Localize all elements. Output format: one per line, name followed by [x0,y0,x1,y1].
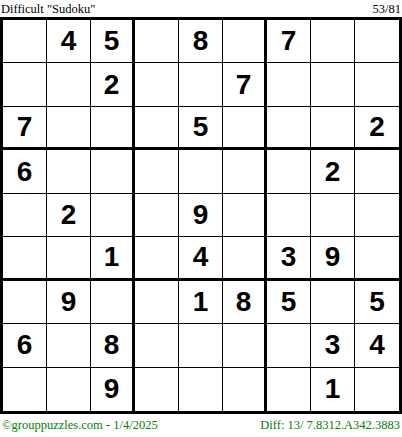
cell-r5c6[interactable] [223,194,267,237]
cell-r9c3[interactable]: 9 [91,368,135,411]
given-digit: 7 [236,69,252,101]
cell-r4c9[interactable] [355,150,399,193]
cell-r8c8[interactable]: 3 [311,324,355,367]
cell-r7c9[interactable]: 5 [355,281,399,324]
given-digit: 5 [104,25,120,57]
cell-r3c8[interactable] [311,107,355,150]
cell-r7c3[interactable] [91,281,135,324]
cell-r3c7[interactable] [267,107,311,150]
cell-r4c8[interactable]: 2 [311,150,355,193]
cell-r4c5[interactable] [179,150,223,193]
given-digit: 7 [17,111,33,143]
cell-r1c1[interactable] [3,20,47,63]
cell-r1c7[interactable]: 7 [267,20,311,63]
cell-r6c6[interactable] [223,237,267,280]
given-digit: 8 [236,286,252,318]
cell-r6c7[interactable]: 3 [267,237,311,280]
given-digit: 2 [104,69,120,101]
given-digit: 2 [325,156,341,188]
cell-r4c3[interactable] [91,150,135,193]
cell-r6c2[interactable] [47,237,91,280]
cell-r8c5[interactable] [179,324,223,367]
cell-r5c4[interactable] [135,194,179,237]
cell-r5c7[interactable] [267,194,311,237]
cell-r8c2[interactable] [47,324,91,367]
given-digit: 4 [193,241,209,273]
cell-r9c5[interactable] [179,368,223,411]
cell-r9c6[interactable] [223,368,267,411]
given-digit: 1 [193,286,209,318]
cell-r9c9[interactable] [355,368,399,411]
copyright-text: ©grouppuzzles.com - 1/4/2025 [2,418,158,433]
cell-r6c3[interactable]: 1 [91,237,135,280]
cell-r6c5[interactable]: 4 [179,237,223,280]
given-digit: 3 [281,241,297,273]
cell-r7c4[interactable] [135,281,179,324]
cell-r7c1[interactable] [3,281,47,324]
cell-r2c4[interactable] [135,63,179,106]
cell-r3c2[interactable] [47,107,91,150]
given-digit: 9 [325,241,341,273]
given-digit: 8 [104,329,120,361]
given-digit: 6 [17,329,33,361]
cell-r5c1[interactable] [3,194,47,237]
cell-r2c8[interactable] [311,63,355,106]
given-digit: 5 [369,286,385,318]
cell-r1c2[interactable]: 4 [47,20,91,63]
given-digit: 1 [104,241,120,273]
cell-r3c4[interactable] [135,107,179,150]
given-digit: 5 [281,286,297,318]
cell-r5c3[interactable] [91,194,135,237]
cell-r8c4[interactable] [135,324,179,367]
given-digit: 2 [369,111,385,143]
cell-r3c1[interactable]: 7 [3,107,47,150]
given-digit: 4 [369,329,385,361]
given-digit: 3 [325,329,341,361]
page-footer: ©grouppuzzles.com - 1/4/2025 Diff: 13/ 7… [0,414,402,437]
cell-r9c2[interactable] [47,368,91,411]
cell-r8c6[interactable] [223,324,267,367]
cell-r4c2[interactable] [47,150,91,193]
cell-r5c2[interactable]: 2 [47,194,91,237]
given-digit: 9 [193,199,209,231]
cell-r7c6[interactable]: 8 [223,281,267,324]
cell-r4c1[interactable]: 6 [3,150,47,193]
cell-r9c7[interactable] [267,368,311,411]
difficulty-text: Diff: 13/ 7.8312.A342.3883 [260,418,400,433]
cell-r2c2[interactable] [47,63,91,106]
cell-r6c8[interactable]: 9 [311,237,355,280]
cell-r2c1[interactable] [3,63,47,106]
cell-r1c6[interactable] [223,20,267,63]
given-digit: 8 [193,25,209,57]
cell-r8c7[interactable] [267,324,311,367]
cell-r9c4[interactable] [135,368,179,411]
cell-r2c6[interactable]: 7 [223,63,267,106]
cell-r1c4[interactable] [135,20,179,63]
cell-r3c3[interactable] [91,107,135,150]
cell-r9c1[interactable] [3,368,47,411]
cell-r2c3[interactable]: 2 [91,63,135,106]
given-digit: 6 [17,156,33,188]
cell-r1c9[interactable] [355,20,399,63]
cell-r6c9[interactable] [355,237,399,280]
cell-r1c5[interactable]: 8 [179,20,223,63]
cell-r2c9[interactable] [355,63,399,106]
cell-r4c4[interactable] [135,150,179,193]
cell-r9c8[interactable]: 1 [311,368,355,411]
given-digit: 2 [61,199,77,231]
blank-count: 53/81 [373,2,401,16]
cell-r5c9[interactable] [355,194,399,237]
given-digit: 9 [61,286,77,318]
cell-r1c3[interactable]: 5 [91,20,135,63]
sudoku-page: Difficult "Sudoku" 53/81 458727752622914… [0,0,402,437]
cell-r8c1[interactable]: 6 [3,324,47,367]
cell-r7c5[interactable]: 1 [179,281,223,324]
puzzle-title: Difficult "Sudoku" [1,2,95,16]
cell-r2c5[interactable] [179,63,223,106]
cell-r2c7[interactable] [267,63,311,106]
given-digit: 9 [104,373,120,405]
cell-r1c8[interactable] [311,20,355,63]
cell-r4c7[interactable] [267,150,311,193]
cell-r8c3[interactable]: 8 [91,324,135,367]
cell-r3c5[interactable]: 5 [179,107,223,150]
cell-r7c8[interactable] [311,281,355,324]
cell-r6c4[interactable] [135,237,179,280]
sudoku-board: 4587277526229143991855683491 [0,17,402,414]
cell-r5c5[interactable]: 9 [179,194,223,237]
page-header: Difficult "Sudoku" 53/81 [0,0,402,17]
given-digit: 5 [193,111,209,143]
cell-r4c6[interactable] [223,150,267,193]
cell-r8c9[interactable]: 4 [355,324,399,367]
cell-r5c8[interactable] [311,194,355,237]
given-digit: 4 [61,25,77,57]
given-digit: 1 [325,373,341,405]
given-digit: 7 [281,25,297,57]
cell-r6c1[interactable] [3,237,47,280]
cell-r3c9[interactable]: 2 [355,107,399,150]
cell-r7c2[interactable]: 9 [47,281,91,324]
cell-r7c7[interactable]: 5 [267,281,311,324]
cell-r3c6[interactable] [223,107,267,150]
